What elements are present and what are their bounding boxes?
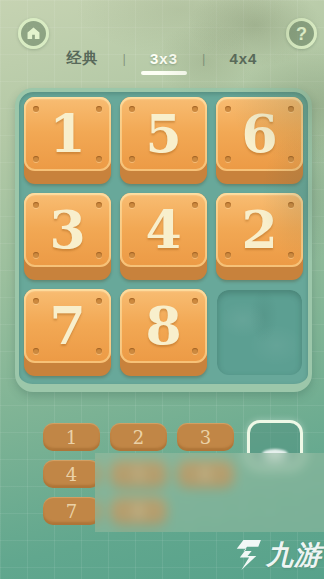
question-mark-icon: ? [296, 25, 307, 43]
tile-face: 8 [120, 289, 207, 363]
preview-tile-2: 2 [110, 423, 167, 451]
tile-body: 1 [24, 97, 111, 184]
tab-classic[interactable]: 经典 [67, 49, 99, 68]
jiuyou-logo-icon [228, 536, 265, 573]
tile-5[interactable]: 5 [120, 97, 207, 184]
app-background: { "game": "sliding number puzzle (8-puzz… [0, 0, 324, 579]
tile-number: 5 [120, 97, 207, 171]
help-button[interactable]: ? [286, 18, 317, 49]
mode-tabs: 经典 | 3x3 | 4x4 [0, 49, 324, 68]
tab-3x3[interactable]: 3x3 [150, 50, 178, 67]
tile-body: 3 [24, 193, 111, 280]
tile-8[interactable]: 8 [120, 289, 207, 376]
puzzle-board: 15634278 [15, 88, 312, 392]
tile-number: 6 [216, 97, 303, 171]
tile-body: 5 [120, 97, 207, 184]
home-icon [25, 25, 42, 42]
tile-face: 2 [216, 193, 303, 267]
tile-number: 1 [24, 97, 111, 171]
tile-number: 2 [216, 193, 303, 267]
tile-4[interactable]: 4 [120, 193, 207, 280]
tile-number: 8 [120, 289, 207, 363]
preview-tile-4: 4 [43, 460, 100, 488]
preview-tile-3: 3 [177, 423, 234, 451]
tile-body: 6 [216, 97, 303, 184]
tile-body: 8 [120, 289, 207, 376]
blurred-area-overlay [95, 453, 324, 532]
preview-row: 123 [43, 423, 234, 451]
preview-tile-1: 1 [43, 423, 100, 451]
tile-number: 4 [120, 193, 207, 267]
watermark-text: 九游 [266, 537, 322, 573]
tile-3[interactable]: 3 [24, 193, 111, 280]
watermark: 九游 [228, 536, 322, 573]
tile-number: 7 [24, 289, 111, 363]
preview-tile-7: 7 [43, 497, 100, 525]
empty-cell [216, 289, 303, 376]
tile-body: 7 [24, 289, 111, 376]
tile-face: 1 [24, 97, 111, 171]
tile-face: 5 [120, 97, 207, 171]
tile-body: 4 [120, 193, 207, 280]
tile-face: 6 [216, 97, 303, 171]
tab-separator: | [202, 51, 205, 66]
tile-7[interactable]: 7 [24, 289, 111, 376]
tab-4x4[interactable]: 4x4 [229, 50, 257, 67]
tile-face: 4 [120, 193, 207, 267]
tile-body: 2 [216, 193, 303, 280]
tile-6[interactable]: 6 [216, 97, 303, 184]
tile-1[interactable]: 1 [24, 97, 111, 184]
tile-face: 3 [24, 193, 111, 267]
tile-face: 7 [24, 289, 111, 363]
puzzle-board-grid: 15634278 [24, 97, 303, 376]
tile-2[interactable]: 2 [216, 193, 303, 280]
tile-number: 3 [24, 193, 111, 267]
tab-separator: | [123, 51, 126, 66]
empty-slot-surface [217, 290, 302, 375]
home-button[interactable] [18, 18, 49, 49]
